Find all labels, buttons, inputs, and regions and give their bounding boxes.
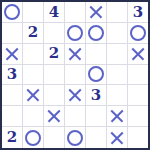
circle-mark <box>4 4 20 20</box>
cell-r5c4[interactable] <box>65 85 86 106</box>
cross-mark <box>107 106 127 126</box>
cell-r6c2[interactable] <box>23 106 44 127</box>
cell-r4c7[interactable] <box>128 65 148 86</box>
clue-number: 3 <box>91 88 101 103</box>
cell-r4c1: 3 <box>2 65 23 86</box>
cell-r1c2[interactable] <box>23 2 44 23</box>
cell-r1c1[interactable] <box>2 2 23 23</box>
clue-number: 2 <box>49 46 59 61</box>
clue-number: 3 <box>133 5 143 20</box>
cell-r5c5: 3 <box>86 85 107 106</box>
cross-mark <box>65 44 85 64</box>
cell-r3c2[interactable] <box>23 44 44 65</box>
cell-r7c2[interactable] <box>23 127 44 148</box>
cell-r5c1[interactable] <box>2 85 23 106</box>
cell-r1c4[interactable] <box>65 2 86 23</box>
cell-r3c7[interactable] <box>128 44 148 65</box>
cell-r5c2[interactable] <box>23 85 44 106</box>
cross-mark <box>2 44 22 64</box>
cell-r3c1[interactable] <box>2 44 23 65</box>
circle-mark <box>88 66 104 82</box>
cell-r6c5[interactable] <box>86 106 107 127</box>
cell-r3c3: 2 <box>44 44 65 65</box>
cell-r2c2: 2 <box>23 23 44 44</box>
cell-r2c7[interactable] <box>128 23 148 44</box>
cell-r7c3[interactable] <box>44 127 65 148</box>
circle-mark <box>67 25 83 41</box>
cell-r6c4[interactable] <box>65 106 86 127</box>
cell-r4c6[interactable] <box>107 65 128 86</box>
cross-mark <box>44 106 64 126</box>
cell-r7c6[interactable] <box>107 127 128 148</box>
cell-r4c4[interactable] <box>65 65 86 86</box>
clue-number: 2 <box>7 130 17 145</box>
cell-r7c7[interactable] <box>128 127 148 148</box>
clue-number: 4 <box>49 5 59 20</box>
cell-r2c3[interactable] <box>44 23 65 44</box>
circle-mark <box>25 130 41 146</box>
cell-r1c7: 3 <box>128 2 148 23</box>
cell-r7c4[interactable] <box>65 127 86 148</box>
clue-number: 2 <box>28 25 38 40</box>
cell-r5c7[interactable] <box>128 85 148 106</box>
cell-r3c5[interactable] <box>86 44 107 65</box>
cell-r5c6[interactable] <box>107 85 128 106</box>
cell-r6c3[interactable] <box>44 106 65 127</box>
cell-r2c5[interactable] <box>86 23 107 44</box>
cell-r7c5[interactable] <box>86 127 107 148</box>
circle-mark <box>88 25 104 41</box>
cell-r1c6[interactable] <box>107 2 128 23</box>
cell-r2c6[interactable] <box>107 23 128 44</box>
cross-mark <box>86 2 106 22</box>
cell-r4c2[interactable] <box>23 65 44 86</box>
cell-r3c6[interactable] <box>107 44 128 65</box>
cross-mark <box>23 85 43 105</box>
cell-r1c5[interactable] <box>86 2 107 23</box>
minesweeper-board: 4322332 <box>0 0 150 150</box>
cell-r6c6[interactable] <box>107 106 128 127</box>
cell-r6c1[interactable] <box>2 106 23 127</box>
circle-mark <box>67 130 83 146</box>
cell-r6c7[interactable] <box>128 106 148 127</box>
cell-r3c4[interactable] <box>65 44 86 65</box>
cross-mark <box>65 85 85 105</box>
cell-r7c1: 2 <box>2 127 23 148</box>
cross-mark <box>107 128 127 148</box>
cell-r1c3: 4 <box>44 2 65 23</box>
clue-number: 3 <box>7 67 17 82</box>
circle-mark <box>130 25 146 41</box>
cell-r4c5[interactable] <box>86 65 107 86</box>
cell-r2c4[interactable] <box>65 23 86 44</box>
cell-r2c1[interactable] <box>2 23 23 44</box>
cross-mark <box>128 44 148 64</box>
cell-r4c3[interactable] <box>44 65 65 86</box>
cell-r5c3[interactable] <box>44 85 65 106</box>
